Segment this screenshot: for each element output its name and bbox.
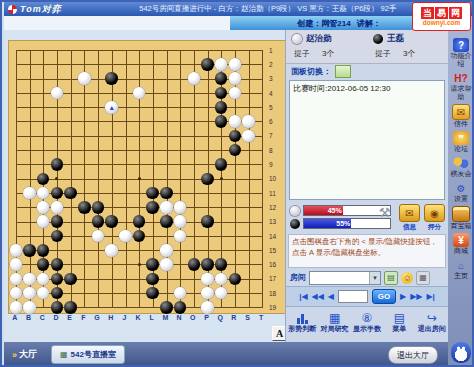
- match-time-text: 比赛时间:2012-06-05 12:30: [293, 84, 390, 93]
- row-label-13: 13: [269, 215, 285, 229]
- go-board[interactable]: ▲ 12345678910111213141516171819: [8, 40, 287, 314]
- white-player-name: 赵治勋: [306, 33, 332, 45]
- game-info-box[interactable]: 比赛时间:2012-06-05 12:30: [289, 80, 445, 200]
- white-stone-M15: [160, 244, 173, 257]
- black-stone-H3: [105, 72, 118, 85]
- black-stone-D17: [51, 273, 64, 286]
- hint-text: 点击围棋盘右下角的 < 显示/隐藏快捷按钮，点击 A 显示/隐藏棋盘坐标。: [292, 237, 438, 257]
- chevron-down-icon[interactable]: ▼: [369, 272, 380, 284]
- black-stone-L11: [146, 187, 159, 200]
- board-row-coordinates: 12345678910111213141516171819: [269, 43, 285, 315]
- black-player-name: 王磊: [387, 33, 404, 45]
- grid-icon[interactable]: ▦: [416, 271, 430, 285]
- black-stone-C15: [37, 244, 50, 257]
- next-move-button[interactable]: ▶: [400, 292, 406, 301]
- black-player: 王磊 提子 3个: [367, 33, 448, 63]
- white-stone-Q18: [215, 287, 228, 300]
- black-stone-L16: [146, 258, 159, 271]
- sidebar-item-club[interactable]: 棋友会: [449, 156, 473, 178]
- players-area: 赵治勋 提子 3个 王磊 提子 3个: [286, 30, 448, 64]
- black-stone-G12: [92, 201, 105, 214]
- lobby-link[interactable]: » 大厅: [12, 348, 37, 361]
- site-watermark: 当易网 downyi.com: [412, 2, 471, 31]
- black-stone-Q5: [215, 101, 228, 114]
- black-stone-M19: [160, 301, 173, 314]
- black-stone-R8: [229, 144, 242, 157]
- replay-controls: |◀ ◀◀ ◀ GO ▶ ▶▶ ▶|: [286, 286, 448, 307]
- room-select-row: 房间 ▼ ▤ ☺ ▦: [286, 269, 448, 286]
- menu-list-icon: ▤: [394, 309, 405, 324]
- win-rate-area: 45% 55% ⚒ ✉ 信息 ◉ 押分: [286, 201, 448, 233]
- white-stone-N13: [174, 215, 187, 228]
- row-label-5: 5: [269, 100, 285, 114]
- help-icon: H?: [453, 71, 469, 85]
- show-move-numbers-button[interactable]: ⑧ 显示手数: [351, 309, 382, 341]
- black-stone-R7: [229, 130, 242, 143]
- col-label-C: C: [35, 314, 49, 321]
- created-by-label: 创建：网管214: [297, 18, 350, 29]
- watermark-url: downyi.com: [423, 19, 461, 26]
- people-icon: [453, 156, 469, 170]
- white-stone-A17: [10, 273, 23, 286]
- black-stone-D13: [51, 215, 64, 228]
- black-stone-L12: [146, 201, 159, 214]
- black-stone-Q16: [215, 258, 228, 271]
- panel-switch-button[interactable]: [335, 65, 351, 78]
- info-button-label[interactable]: 信息: [403, 223, 416, 232]
- black-stone-Q3: [215, 72, 228, 85]
- black-stone-H13: [105, 215, 118, 228]
- notes-icon[interactable]: ▤: [384, 271, 398, 285]
- tool-icon[interactable]: ⚒: [375, 204, 394, 220]
- row-label-11: 11: [269, 186, 285, 200]
- mascot: [451, 342, 471, 363]
- white-stone-N14: [174, 230, 187, 243]
- black-stone-C10: [37, 173, 50, 186]
- info-icon[interactable]: ✉: [399, 204, 420, 222]
- white-stone-D12: [51, 201, 64, 214]
- black-stone-N19: [174, 301, 187, 314]
- first-move-button[interactable]: |◀: [299, 292, 307, 301]
- fast-forward-button[interactable]: ▶▶: [410, 292, 422, 301]
- black-captures-label: 提子: [375, 48, 391, 59]
- col-label-M: M: [159, 314, 173, 321]
- white-stone-J14: [119, 230, 132, 243]
- white-stone-B19: [23, 301, 36, 314]
- col-label-F: F: [76, 314, 90, 321]
- col-label-N: N: [172, 314, 186, 321]
- black-stone-D14: [51, 230, 64, 243]
- sidebar-item-help[interactable]: H? 请求帮助: [449, 71, 473, 101]
- prev-move-button[interactable]: ◀: [328, 292, 334, 301]
- black-stone-R17: [229, 273, 242, 286]
- row-label-2: 2: [269, 57, 285, 71]
- white-stone-A19: [10, 301, 23, 314]
- white-stone-H5: ▲: [105, 101, 118, 114]
- white-stone-C18: [37, 287, 50, 300]
- white-captures-value: 3个: [322, 48, 334, 59]
- black-stone-G13: [92, 215, 105, 228]
- white-stone-N12: [174, 201, 187, 214]
- sub-strip: [4, 16, 230, 31]
- go-button[interactable]: GO: [372, 289, 396, 304]
- panel-switch-row: 面板切换：: [286, 64, 448, 79]
- row-label-8: 8: [269, 143, 285, 157]
- black-stone-L18: [146, 287, 159, 300]
- white-stone-P17: [201, 273, 214, 286]
- black-stone-P2: [201, 58, 214, 71]
- white-player: 赵治勋 提子 3个: [286, 33, 367, 63]
- room-tab-label: 542号直播室: [71, 349, 116, 360]
- row-label-4: 4: [269, 86, 285, 100]
- row-label-6: 6: [269, 114, 285, 128]
- envelope-icon: ✉: [452, 104, 470, 120]
- white-stone-icon: [292, 34, 302, 44]
- white-stone-C17: [37, 273, 50, 286]
- col-label-Q: Q: [213, 314, 227, 321]
- sidebar: ? 功能介绍 H? 请求帮助 ✉ 信件 ❞ 论坛 棋友会 ⚙ 设置 百宝箱 ¥ …: [448, 16, 474, 367]
- row-label-1: 1: [269, 43, 285, 57]
- panel-switch-label: 面板切换：: [291, 66, 331, 77]
- gear-icon: ⚙: [453, 181, 469, 195]
- sidebar-item-forum[interactable]: ❞ 论坛: [449, 131, 473, 153]
- sidebar-item-treasure[interactable]: 百宝箱: [449, 206, 473, 230]
- row-label-14: 14: [269, 229, 285, 243]
- row-label-17: 17: [269, 272, 285, 286]
- col-label-T: T: [254, 314, 268, 321]
- study-game-button[interactable]: ▦ 对局研究: [319, 309, 350, 341]
- app-logo-icon: [8, 5, 17, 14]
- col-label-E: E: [63, 314, 77, 321]
- board-column-coordinates: ABCDEFGHJKLMNOPQRST: [8, 314, 268, 321]
- lobby-label: 大厅: [19, 348, 37, 361]
- star-point: [55, 177, 58, 180]
- white-stone-M16: [160, 258, 173, 271]
- star-point: [138, 263, 141, 266]
- black-stone-M11: [160, 187, 173, 200]
- black-stone-E19: [64, 301, 77, 314]
- last-move-marker: ▲: [105, 101, 118, 114]
- row-label-15: 15: [269, 243, 285, 257]
- bar-chart-icon: [296, 312, 309, 324]
- black-stone-D18: [51, 287, 64, 300]
- white-stone-D4: [51, 87, 64, 100]
- side-panel: 赵治勋 提子 3个 王磊 提子 3个 面板切换： 比赛时间:2012-06-05…: [285, 30, 448, 342]
- black-stone-F12: [78, 201, 91, 214]
- star-point: [220, 177, 223, 180]
- black-stone-D19: [51, 301, 64, 314]
- col-label-J: J: [118, 314, 132, 321]
- black-stone-P16: [201, 258, 214, 271]
- bottom-bar: » 大厅 ▦ 542号直播室 退出大厅: [4, 342, 474, 367]
- board-zone: ▲ 12345678910111213141516171819 ABCDEFGH…: [4, 30, 285, 342]
- bet-button-label[interactable]: 押分: [428, 223, 441, 232]
- col-label-P: P: [200, 314, 214, 321]
- col-label-A: A: [8, 314, 22, 321]
- white-captures-label: 提子: [294, 48, 310, 59]
- white-stone-B17: [23, 273, 36, 286]
- white-stone-A18: [10, 287, 23, 300]
- app-logo-text: Tom对弈: [20, 3, 62, 16]
- white-stone-S7: [242, 130, 255, 143]
- col-label-S: S: [241, 314, 255, 321]
- white-stone-A16: [10, 258, 23, 271]
- room-dropdown[interactable]: ▼: [309, 271, 381, 285]
- star-point: [138, 177, 141, 180]
- black-stone-E11: [64, 187, 77, 200]
- shop-icon: ¥: [453, 233, 469, 247]
- white-stone-O3: [188, 72, 201, 85]
- row-label-3: 3: [269, 72, 285, 86]
- white-stone-R3: [229, 72, 242, 85]
- white-stone-B11: [23, 187, 36, 200]
- sidebar-item-home[interactable]: ⌂ 主页: [449, 258, 473, 280]
- black-rate-stone-icon: [290, 219, 300, 229]
- white-stone-C13: [37, 215, 50, 228]
- stones-layer[interactable]: ▲: [9, 43, 269, 315]
- estimate-score-button[interactable]: 形势判断: [287, 309, 318, 341]
- white-stone-R6: [229, 115, 242, 128]
- col-label-G: G: [90, 314, 104, 321]
- col-label-K: K: [131, 314, 145, 321]
- white-stone-Q17: [215, 273, 228, 286]
- white-stone-C12: [37, 201, 50, 214]
- row-label-16: 16: [269, 257, 285, 271]
- row-label-7: 7: [269, 129, 285, 143]
- white-rate-bar: 45%: [304, 206, 343, 215]
- speech-bubble-icon: ❞: [453, 131, 469, 145]
- white-stone-B18: [23, 287, 36, 300]
- row-label-18: 18: [269, 286, 285, 300]
- black-stone-P13: [201, 215, 214, 228]
- white-stone-F3: [78, 72, 91, 85]
- sidebar-item-shop[interactable]: ¥ 商城: [449, 233, 473, 255]
- col-label-L: L: [145, 314, 159, 321]
- white-rate-stone-icon: [290, 206, 300, 216]
- white-stone-Q2: [215, 58, 228, 71]
- room-tab[interactable]: ▦ 542号直播室: [51, 345, 125, 364]
- black-stone-M13: [160, 215, 173, 228]
- app-window: Tom对弈 542号房间直播进行中 - 白方：赵治勋（P9段） VS 黑方：王磊…: [0, 0, 474, 367]
- black-stone-D16: [51, 258, 64, 271]
- last-move-button[interactable]: ▶|: [426, 292, 434, 301]
- numbered-circle-icon: ⑧: [362, 309, 373, 324]
- commentator-label: 讲解：: [357, 18, 381, 29]
- black-captures-value: 3个: [403, 48, 415, 59]
- white-stone-R4: [229, 87, 242, 100]
- room-label: 房间: [290, 272, 306, 283]
- sidebar-item-mail[interactable]: ✉ 信件: [449, 104, 473, 128]
- col-label-D: D: [49, 314, 63, 321]
- board-grid-icon: ▦: [329, 309, 340, 324]
- black-stone-icon: [373, 34, 383, 44]
- black-stone-D11: [51, 187, 64, 200]
- white-stone-N18: [174, 287, 187, 300]
- row-label-9: 9: [269, 157, 285, 171]
- white-stone-C11: [37, 187, 50, 200]
- black-stone-K13: [133, 215, 146, 228]
- menu-button[interactable]: ▤ 菜单: [384, 309, 415, 341]
- question-icon: ?: [453, 38, 469, 52]
- treasure-box-icon: [452, 206, 470, 222]
- double-arrow-icon: »: [12, 350, 17, 360]
- white-stone-G14: [92, 230, 105, 243]
- panel-toolbar: 形势判断 ▦ 对局研究 ⑧ 显示手数 ▤ 菜单 ↪ 退出房间: [286, 307, 448, 341]
- black-stone-Q9: [215, 158, 228, 171]
- black-stone-L17: [146, 273, 159, 286]
- black-stone-Q6: [215, 115, 228, 128]
- black-stone-B15: [23, 244, 36, 257]
- white-stone-K4: [133, 87, 146, 100]
- col-label-B: B: [22, 314, 36, 321]
- white-stone-P18: [201, 287, 214, 300]
- exit-lobby-button[interactable]: 退出大厅: [388, 346, 438, 364]
- exit-room-button[interactable]: ↪ 退出房间: [416, 309, 447, 341]
- black-stone-D9: [51, 158, 64, 171]
- bet-coins-icon[interactable]: ◉: [424, 204, 445, 222]
- white-stone-H15: [105, 244, 118, 257]
- home-icon: ⌂: [453, 258, 469, 272]
- white-stone-P19: [201, 301, 214, 314]
- emoticon-icon[interactable]: ☺: [401, 272, 413, 284]
- room-tab-icon: ▦: [60, 350, 68, 359]
- title-bar: Tom对弈 542号房间直播进行中 - 白方：赵治勋（P9段） VS 黑方：王磊…: [4, 2, 474, 16]
- col-label-H: H: [104, 314, 118, 321]
- black-stone-E17: [64, 273, 77, 286]
- white-stone-R2: [229, 58, 242, 71]
- sidebar-item-features[interactable]: ? 功能介绍: [449, 38, 473, 68]
- col-label-O: O: [186, 314, 200, 321]
- black-stone-K14: [133, 230, 146, 243]
- row-label-12: 12: [269, 200, 285, 214]
- sidebar-item-settings[interactable]: ⚙ 设置: [449, 181, 473, 203]
- fast-back-button[interactable]: ◀◀: [312, 292, 324, 301]
- white-stone-A15: [10, 244, 23, 257]
- hint-box: 点击围棋盘右下角的 < 显示/隐藏快捷按钮，点击 A 显示/隐藏棋盘坐标。: [288, 234, 446, 268]
- row-label-10: 10: [269, 172, 285, 186]
- white-stone-S6: [242, 115, 255, 128]
- col-label-R: R: [227, 314, 241, 321]
- black-stone-P10: [201, 173, 214, 186]
- move-number-input[interactable]: [338, 290, 368, 303]
- black-stone-C16: [37, 258, 50, 271]
- black-rate-bar: 55%: [304, 219, 351, 228]
- white-stone-M12: [160, 201, 173, 214]
- row-label-19: 19: [269, 300, 285, 314]
- exit-door-icon: ↪: [427, 309, 437, 324]
- black-stone-Q4: [215, 87, 228, 100]
- black-stone-O16: [188, 258, 201, 271]
